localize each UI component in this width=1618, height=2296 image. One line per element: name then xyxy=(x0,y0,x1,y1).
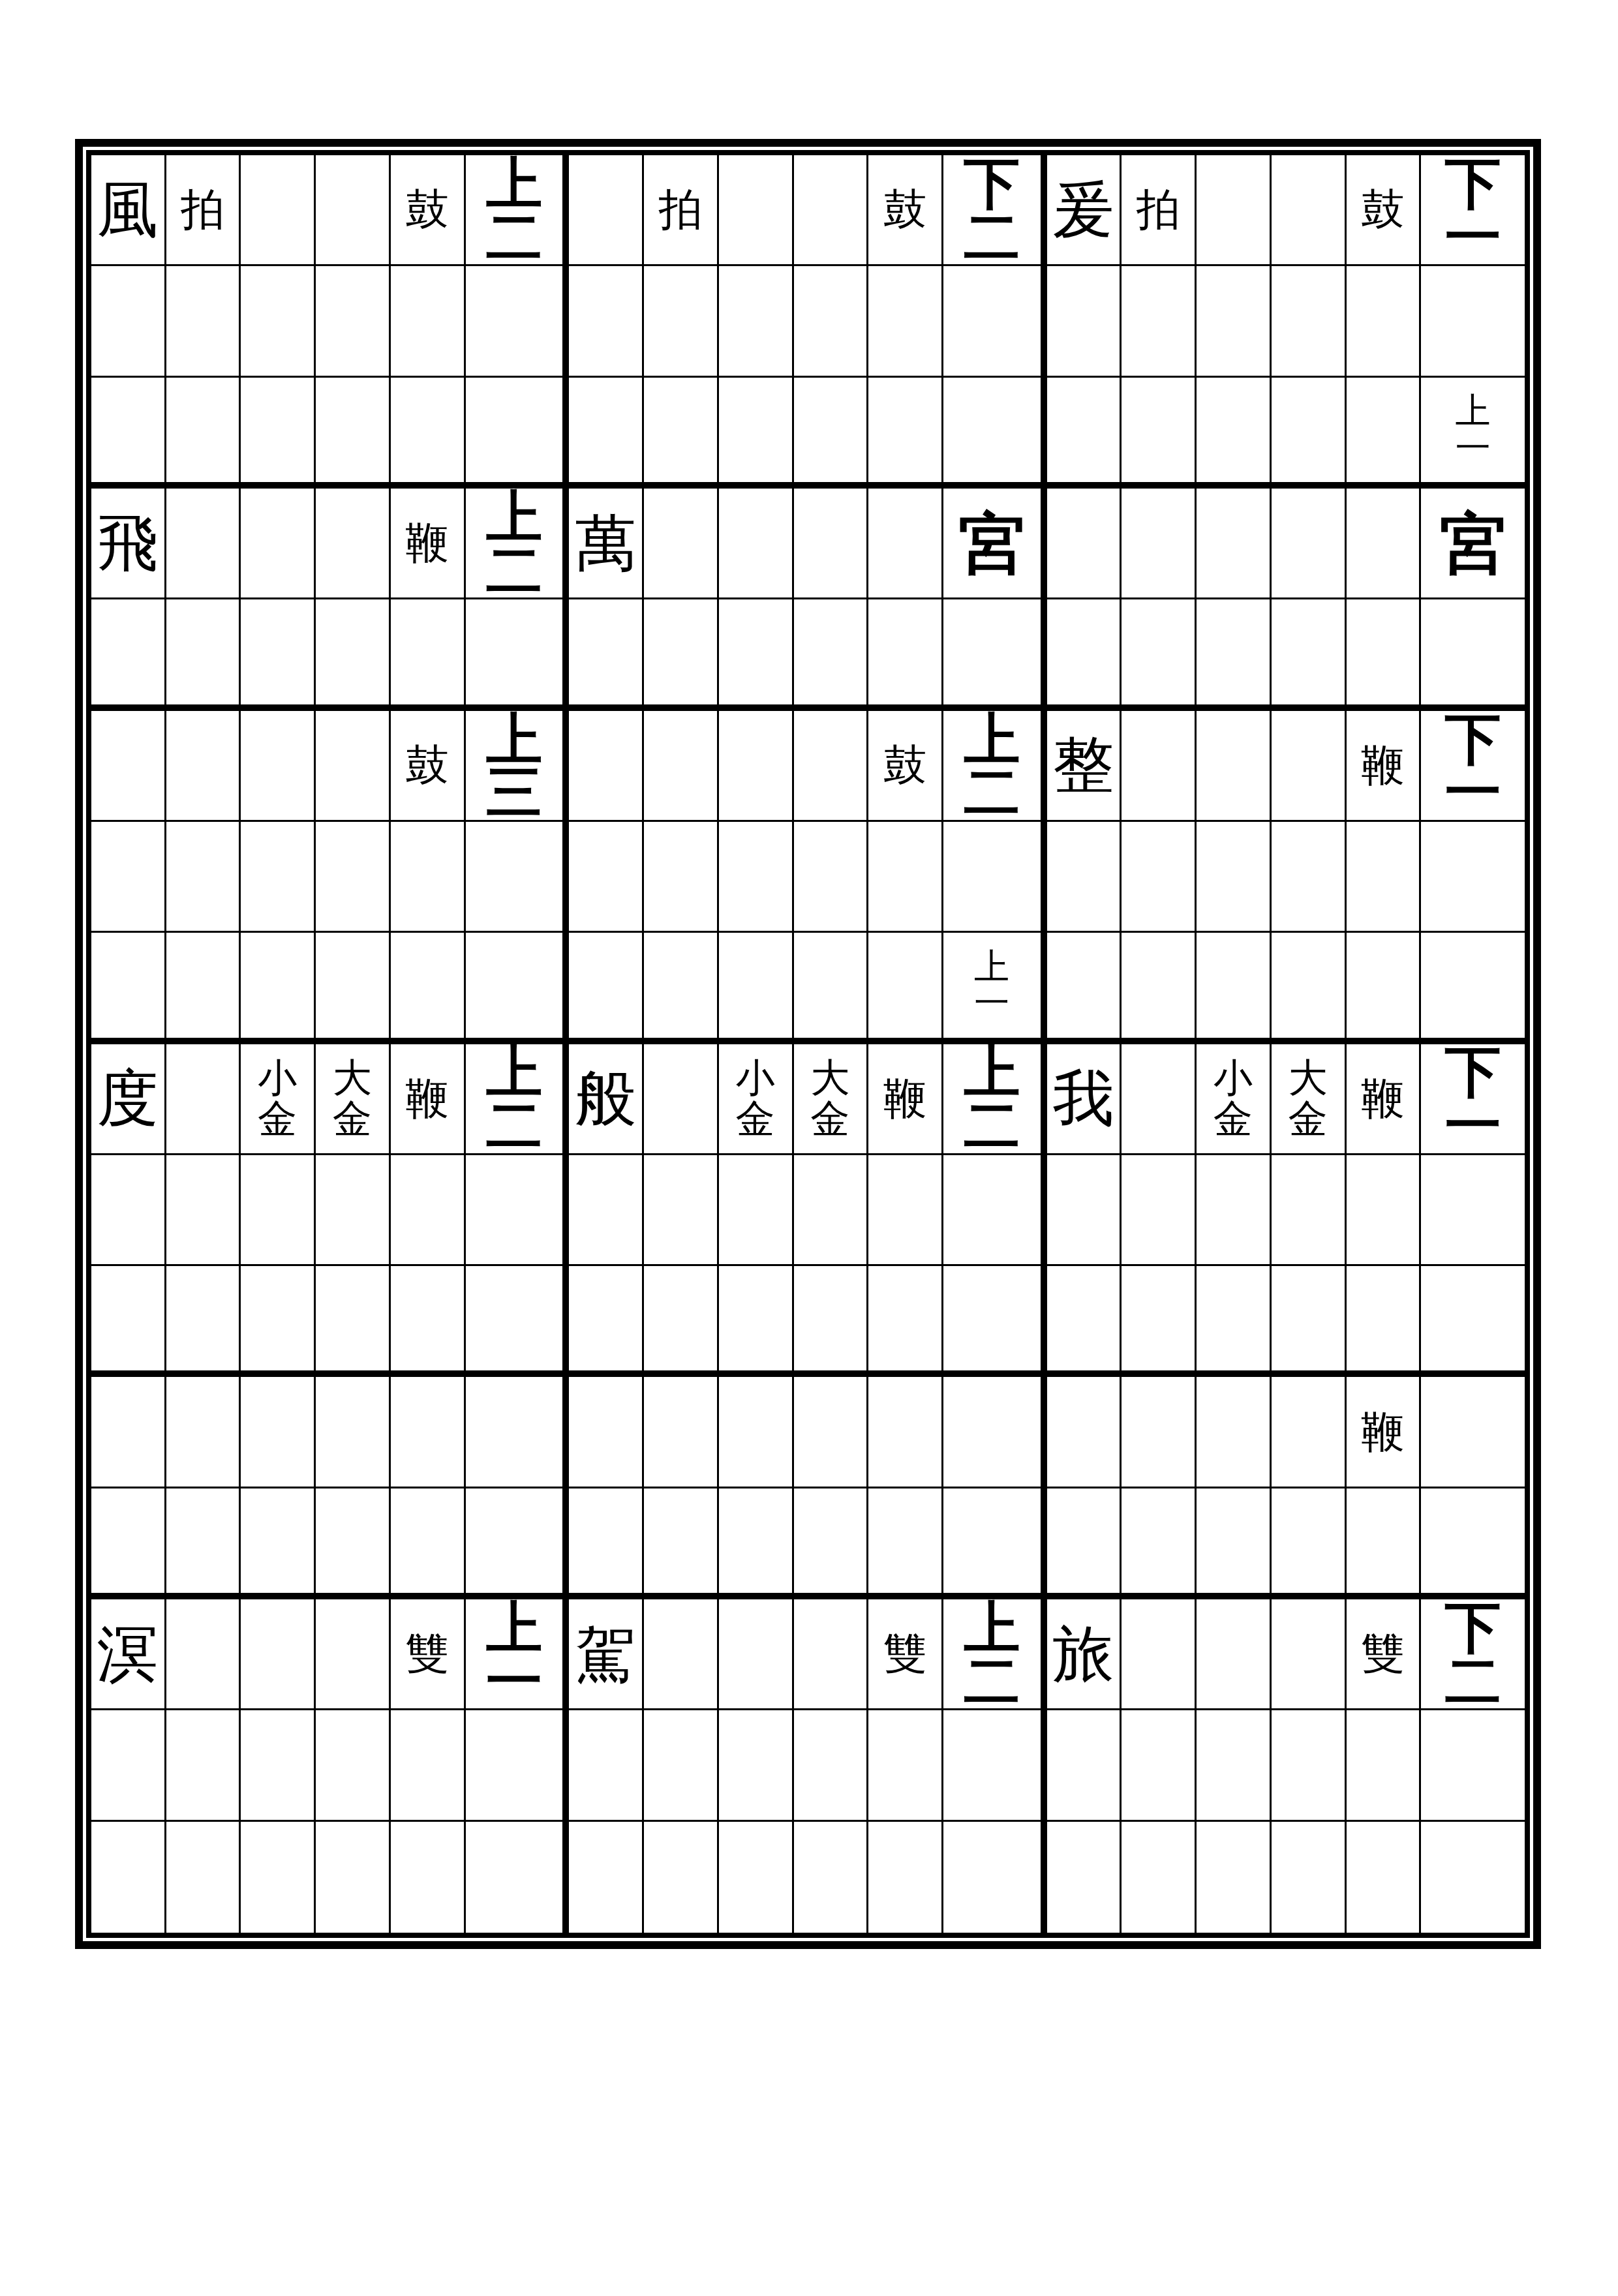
jeonggan-cell: 爰 xyxy=(1047,155,1122,266)
jeonggan-cell xyxy=(794,822,869,933)
score-grid: 風拍鼓上二拍鼓下二爰拍鼓下一上一飛鞭上二萬宮宮鼓上三鼓上二整鞭下一上一度小金大金… xyxy=(91,155,1525,1933)
jeonggan-cell xyxy=(794,1599,869,1710)
jeonggan-cell xyxy=(794,1822,869,1933)
jeonggan-cell xyxy=(1272,266,1347,377)
notation-glyph: 鞭 xyxy=(883,1077,927,1121)
jeonggan-cell xyxy=(391,822,466,933)
jeonggan-cell: 萬 xyxy=(569,489,644,599)
jeonggan-cell xyxy=(1122,1155,1197,1266)
jeonggan-cell xyxy=(166,1488,241,1599)
notation-glyph: 宮 xyxy=(958,510,1025,577)
jeonggan-cell xyxy=(166,933,241,1044)
score-outer-border: 風拍鼓上二拍鼓下二爰拍鼓下一上一飛鞭上二萬宮宮鼓上三鼓上二整鞭下一上一度小金大金… xyxy=(75,139,1541,1949)
jeonggan-cell xyxy=(569,933,644,1044)
jeonggan-cell xyxy=(1122,933,1197,1044)
jeonggan-cell xyxy=(1272,1377,1347,1488)
notation-glyph: 我 xyxy=(1053,1068,1114,1129)
notation-glyph: 萬 xyxy=(575,513,636,574)
jeonggan-cell xyxy=(1122,1044,1197,1155)
jeonggan-cell xyxy=(391,1488,466,1599)
jeonggan-cell xyxy=(391,1710,466,1821)
jeonggan-cell xyxy=(241,155,316,266)
jeonggan-cell xyxy=(868,378,943,489)
jeonggan-cell xyxy=(1421,266,1525,377)
jeonggan-cell xyxy=(1421,1266,1525,1377)
jeonggan-cell xyxy=(1421,933,1525,1044)
jeonggan-cell xyxy=(91,822,166,933)
jeonggan-cell xyxy=(794,1155,869,1266)
jeonggan-cell xyxy=(1047,378,1122,489)
jeonggan-cell xyxy=(644,1822,719,1933)
jeonggan-cell xyxy=(644,599,719,710)
jeonggan-cell xyxy=(1421,1488,1525,1599)
notation-glyph: 鼓 xyxy=(883,744,927,787)
jeonggan-cell: 鞭 xyxy=(868,1044,943,1155)
jeonggan-cell xyxy=(1122,1377,1197,1488)
jeonggan-cell xyxy=(1197,155,1272,266)
jeonggan-cell xyxy=(943,1488,1047,1599)
notation-glyph: 上一 xyxy=(1456,393,1491,466)
jeonggan-cell xyxy=(719,266,794,377)
notation-glyph: 上一 xyxy=(486,1601,542,1707)
jeonggan-cell xyxy=(719,378,794,489)
notation-glyph: 大金 xyxy=(810,1057,849,1140)
jeonggan-cell: 駕 xyxy=(569,1599,644,1710)
jeonggan-cell xyxy=(316,599,391,710)
jeonggan-cell xyxy=(91,1710,166,1821)
jeonggan-cell xyxy=(166,599,241,710)
jeonggan-cell xyxy=(943,1377,1047,1488)
jeonggan-cell xyxy=(466,1266,570,1377)
jeonggan-cell xyxy=(166,1710,241,1821)
jeonggan-cell xyxy=(91,378,166,489)
jeonggan-cell xyxy=(1122,711,1197,822)
jeonggan-cell: 鼓 xyxy=(868,155,943,266)
jeonggan-cell xyxy=(943,599,1047,710)
jeonggan-cell xyxy=(466,1155,570,1266)
jeonggan-cell xyxy=(1347,822,1422,933)
jeonggan-cell xyxy=(569,1488,644,1599)
jeonggan-cell: 拍 xyxy=(1122,155,1197,266)
jeonggan-cell xyxy=(91,1266,166,1377)
jeonggan-cell xyxy=(166,1377,241,1488)
jeonggan-cell xyxy=(316,1155,391,1266)
jeonggan-cell xyxy=(1272,155,1347,266)
jeonggan-cell xyxy=(1272,1266,1347,1377)
jeonggan-cell: 大金 xyxy=(1272,1044,1347,1155)
jeonggan-cell xyxy=(166,1822,241,1933)
jeonggan-cell: 上二 xyxy=(466,155,570,266)
jeonggan-cell xyxy=(719,822,794,933)
jeonggan-cell xyxy=(241,822,316,933)
jeonggan-cell xyxy=(466,378,570,489)
jeonggan-cell: 上二 xyxy=(943,1044,1047,1155)
jeonggan-cell xyxy=(1122,489,1197,599)
notation-glyph: 度 xyxy=(97,1068,159,1129)
jeonggan-cell: 般 xyxy=(569,1044,644,1155)
notation-glyph: 旅 xyxy=(1053,1624,1114,1685)
jeonggan-cell xyxy=(1347,489,1422,599)
jeonggan-cell xyxy=(569,378,644,489)
jeonggan-cell xyxy=(868,599,943,710)
notation-glyph: 上二 xyxy=(486,157,542,263)
jeonggan-cell xyxy=(241,489,316,599)
jeonggan-cell xyxy=(241,933,316,1044)
jeonggan-cell xyxy=(1272,822,1347,933)
notation-glyph: 下一 xyxy=(1445,1045,1501,1151)
notation-glyph: 下二 xyxy=(1445,1601,1501,1707)
notation-glyph: 上一 xyxy=(974,948,1009,1022)
jeonggan-cell xyxy=(466,933,570,1044)
jeonggan-cell xyxy=(1197,599,1272,710)
jeonggan-cell: 鞭 xyxy=(1347,711,1422,822)
jeonggan-cell xyxy=(316,489,391,599)
jeonggan-cell xyxy=(868,489,943,599)
jeonggan-cell xyxy=(569,1822,644,1933)
jeonggan-cell xyxy=(794,933,869,1044)
jeonggan-cell xyxy=(719,1710,794,1821)
notation-glyph: 拍 xyxy=(658,188,702,232)
jeonggan-cell xyxy=(166,378,241,489)
jeonggan-cell xyxy=(316,1822,391,1933)
jeonggan-cell xyxy=(868,1266,943,1377)
jeonggan-cell xyxy=(1047,933,1122,1044)
jeonggan-cell xyxy=(1122,1710,1197,1821)
jeonggan-cell xyxy=(868,1710,943,1821)
jeonggan-cell xyxy=(794,266,869,377)
jeonggan-cell: 鼓 xyxy=(868,711,943,822)
jeonggan-cell xyxy=(569,1266,644,1377)
jeonggan-cell xyxy=(316,1377,391,1488)
jeonggan-cell xyxy=(719,1488,794,1599)
jeonggan-cell xyxy=(466,822,570,933)
jeonggan-cell xyxy=(1421,1155,1525,1266)
jeonggan-cell xyxy=(166,266,241,377)
jeonggan-cell xyxy=(1122,822,1197,933)
jeonggan-cell xyxy=(569,1377,644,1488)
jeonggan-cell xyxy=(1347,266,1422,377)
jeonggan-cell: 下一 xyxy=(1421,155,1525,266)
jeonggan-cell: 宮 xyxy=(943,489,1047,599)
jeonggan-cell xyxy=(91,1822,166,1933)
jeonggan-cell xyxy=(943,1155,1047,1266)
jeonggan-cell xyxy=(1272,1599,1347,1710)
jeonggan-cell: 下一 xyxy=(1421,1044,1525,1155)
jeonggan-cell xyxy=(391,266,466,377)
jeonggan-cell xyxy=(794,1710,869,1821)
jeonggan-cell xyxy=(466,266,570,377)
jeonggan-cell: 小金 xyxy=(1197,1044,1272,1155)
jeonggan-cell: 溟 xyxy=(91,1599,166,1710)
jeonggan-cell xyxy=(466,1710,570,1821)
jeonggan-cell xyxy=(91,933,166,1044)
jeonggan-cell: 鞭 xyxy=(1347,1377,1422,1488)
jeonggan-cell xyxy=(794,1488,869,1599)
jeonggan-cell xyxy=(241,599,316,710)
jeonggan-cell: 上二 xyxy=(466,1044,570,1155)
jeonggan-cell xyxy=(1047,599,1122,710)
notation-glyph: 拍 xyxy=(1137,188,1180,232)
jeonggan-cell xyxy=(391,1377,466,1488)
jeonggan-cell: 飛 xyxy=(91,489,166,599)
notation-glyph: 上三 xyxy=(486,712,542,819)
notation-glyph: 鞭 xyxy=(1361,1410,1405,1454)
jeonggan-cell xyxy=(1197,1710,1272,1821)
notation-glyph: 雙 xyxy=(405,1632,449,1676)
jeonggan-cell xyxy=(943,1266,1047,1377)
jeonggan-cell xyxy=(1047,1822,1122,1933)
notation-glyph: 宮 xyxy=(1440,510,1506,577)
jeonggan-cell: 下一 xyxy=(1421,711,1525,822)
jeonggan-cell xyxy=(316,1266,391,1377)
jeonggan-cell xyxy=(719,1599,794,1710)
jeonggan-cell: 度 xyxy=(91,1044,166,1155)
jeonggan-cell xyxy=(1047,1710,1122,1821)
jeonggan-cell xyxy=(391,1155,466,1266)
jeonggan-cell xyxy=(1347,1710,1422,1821)
jeonggan-cell xyxy=(1272,489,1347,599)
jeonggan-cell xyxy=(1347,933,1422,1044)
jeonggan-cell: 拍 xyxy=(644,155,719,266)
jeonggan-cell xyxy=(644,266,719,377)
jeonggan-cell xyxy=(719,1266,794,1377)
jeonggan-cell xyxy=(241,1710,316,1821)
jeonggan-cell xyxy=(1122,1822,1197,1933)
notation-glyph: 拍 xyxy=(181,188,224,232)
notation-glyph: 溟 xyxy=(97,1624,159,1685)
notation-glyph: 鼓 xyxy=(1361,188,1405,232)
notation-glyph: 大金 xyxy=(1289,1057,1328,1140)
jeonggan-cell xyxy=(1197,1377,1272,1488)
jeonggan-cell xyxy=(943,1710,1047,1821)
notation-glyph: 小金 xyxy=(258,1057,297,1140)
jeonggan-cell xyxy=(241,711,316,822)
jeonggan-cell xyxy=(1047,489,1122,599)
notation-glyph: 般 xyxy=(575,1068,636,1129)
jeonggan-cell xyxy=(868,1488,943,1599)
jeonggan-cell xyxy=(1272,1155,1347,1266)
score-inner-border: 風拍鼓上二拍鼓下二爰拍鼓下一上一飛鞭上二萬宮宮鼓上三鼓上二整鞭下一上一度小金大金… xyxy=(86,150,1530,1938)
jeonggan-cell: 小金 xyxy=(719,1044,794,1155)
jeonggan-cell xyxy=(316,266,391,377)
jeonggan-cell xyxy=(316,155,391,266)
jeonggan-cell xyxy=(1122,1599,1197,1710)
jeonggan-cell xyxy=(1421,599,1525,710)
jeonggan-cell: 大金 xyxy=(316,1044,391,1155)
jeonggan-cell: 上一 xyxy=(466,1599,570,1710)
notation-glyph: 小金 xyxy=(736,1057,775,1140)
jeonggan-cell xyxy=(241,1599,316,1710)
jeonggan-cell: 下二 xyxy=(1421,1599,1525,1710)
jeonggan-cell xyxy=(1421,1822,1525,1933)
jeonggan-cell xyxy=(1272,599,1347,710)
jeonggan-cell xyxy=(91,266,166,377)
jeonggan-cell: 我 xyxy=(1047,1044,1122,1155)
jeonggan-cell xyxy=(719,933,794,1044)
jeonggan-cell xyxy=(316,1599,391,1710)
notation-glyph: 大金 xyxy=(333,1057,372,1140)
jeonggan-cell xyxy=(644,378,719,489)
jeonggan-cell xyxy=(1421,1710,1525,1821)
jeonggan-cell xyxy=(644,822,719,933)
jeonggan-cell xyxy=(166,489,241,599)
jeonggan-cell: 下二 xyxy=(943,155,1047,266)
jeonggan-cell xyxy=(644,1599,719,1710)
jeonggan-cell xyxy=(719,1822,794,1933)
notation-glyph: 鼓 xyxy=(405,744,449,787)
jeonggan-cell xyxy=(1272,933,1347,1044)
jeonggan-cell xyxy=(1197,266,1272,377)
jeonggan-cell xyxy=(569,1155,644,1266)
jeonggan-cell xyxy=(1272,711,1347,822)
jeonggan-cell: 風 xyxy=(91,155,166,266)
jeonggan-cell xyxy=(1047,1377,1122,1488)
jeonggan-cell: 雙 xyxy=(1347,1599,1422,1710)
jeonggan-cell xyxy=(91,1377,166,1488)
jeonggan-cell xyxy=(1197,1599,1272,1710)
jeonggan-cell xyxy=(943,822,1047,933)
jeonggan-cell xyxy=(391,378,466,489)
jeonggan-cell xyxy=(644,711,719,822)
jeonggan-cell xyxy=(569,1710,644,1821)
jeonggan-cell xyxy=(241,1822,316,1933)
jeonggan-cell xyxy=(569,822,644,933)
jeonggan-cell xyxy=(794,378,869,489)
jeonggan-cell: 鞭 xyxy=(391,1044,466,1155)
jeonggan-cell xyxy=(794,1266,869,1377)
jeonggan-cell: 鞭 xyxy=(391,489,466,599)
jeonggan-cell: 旅 xyxy=(1047,1599,1122,1710)
jeonggan-cell xyxy=(1272,1822,1347,1933)
jeonggan-cell xyxy=(1122,266,1197,377)
notation-glyph: 鞭 xyxy=(1361,1077,1405,1121)
jeonggan-cell: 雙 xyxy=(391,1599,466,1710)
jeonggan-cell xyxy=(569,711,644,822)
jeonggan-cell xyxy=(1197,1155,1272,1266)
jeonggan-cell xyxy=(241,378,316,489)
jeonggan-cell: 整 xyxy=(1047,711,1122,822)
jeonggan-cell xyxy=(1197,822,1272,933)
jeonggan-cell xyxy=(1047,1266,1122,1377)
jeonggan-cell xyxy=(1047,822,1122,933)
jeonggan-cell xyxy=(1347,1488,1422,1599)
jeonggan-cell xyxy=(466,1488,570,1599)
jeonggan-cell xyxy=(644,1266,719,1377)
notation-glyph: 鼓 xyxy=(405,188,449,232)
jeonggan-cell: 上二 xyxy=(466,489,570,599)
notation-glyph: 下二 xyxy=(964,157,1020,263)
jeonggan-cell xyxy=(943,1822,1047,1933)
notation-glyph: 風 xyxy=(97,179,159,241)
jeonggan-cell xyxy=(644,489,719,599)
jeonggan-cell xyxy=(719,1155,794,1266)
jeonggan-cell xyxy=(91,599,166,710)
jeonggan-cell xyxy=(316,378,391,489)
jeonggan-cell xyxy=(1047,266,1122,377)
jeonggan-cell xyxy=(794,599,869,710)
jeonggan-cell xyxy=(241,1155,316,1266)
notation-glyph: 上二 xyxy=(964,1045,1020,1151)
jeonggan-cell xyxy=(91,711,166,822)
jeonggan-cell xyxy=(1347,1266,1422,1377)
jeonggan-cell xyxy=(241,1488,316,1599)
jeonggan-cell: 雙 xyxy=(868,1599,943,1710)
jeonggan-cell: 鼓 xyxy=(1347,155,1422,266)
jeonggan-cell xyxy=(466,1822,570,1933)
notation-glyph: 上二 xyxy=(486,490,542,596)
jeonggan-cell xyxy=(644,1044,719,1155)
notation-glyph: 爰 xyxy=(1053,179,1114,241)
jeonggan-cell xyxy=(91,1155,166,1266)
jeonggan-cell: 上二 xyxy=(943,1599,1047,1710)
jeonggan-cell: 小金 xyxy=(241,1044,316,1155)
jeonggan-cell: 鼓 xyxy=(391,711,466,822)
jeonggan-cell xyxy=(1197,1488,1272,1599)
jeonggan-cell: 鼓 xyxy=(391,155,466,266)
jeonggan-cell: 拍 xyxy=(166,155,241,266)
jeonggan-cell xyxy=(868,1155,943,1266)
jeonggan-cell xyxy=(466,1377,570,1488)
jeonggan-cell xyxy=(1272,378,1347,489)
jeonggan-cell xyxy=(868,822,943,933)
jeonggan-cell: 上二 xyxy=(943,711,1047,822)
jeonggan-cell xyxy=(316,711,391,822)
jeonggan-cell xyxy=(868,1822,943,1933)
jeonggan-cell xyxy=(1197,1822,1272,1933)
jeonggan-cell: 鞭 xyxy=(1347,1044,1422,1155)
jeonggan-cell xyxy=(166,1266,241,1377)
jeonggan-cell xyxy=(943,266,1047,377)
jeonggan-cell xyxy=(241,1377,316,1488)
notation-glyph: 下一 xyxy=(1445,712,1501,819)
jeonggan-cell xyxy=(166,1044,241,1155)
jeonggan-cell xyxy=(569,599,644,710)
jeonggan-cell xyxy=(1421,822,1525,933)
jeonggan-cell xyxy=(1122,1488,1197,1599)
jeonggan-cell xyxy=(943,378,1047,489)
jeonggan-cell xyxy=(719,155,794,266)
jeonggan-cell xyxy=(1197,489,1272,599)
notation-glyph: 鼓 xyxy=(883,188,927,232)
jeonggan-cell xyxy=(1197,1266,1272,1377)
jeonggan-cell xyxy=(1122,599,1197,710)
jeonggan-cell xyxy=(1047,1155,1122,1266)
jeonggan-cell xyxy=(1122,1266,1197,1377)
jeonggan-cell xyxy=(241,266,316,377)
jeonggan-cell: 大金 xyxy=(794,1044,869,1155)
jeonggan-cell xyxy=(1421,1377,1525,1488)
jeonggan-cell xyxy=(644,1155,719,1266)
jeonggan-cell xyxy=(1347,1822,1422,1933)
jeonggan-cell xyxy=(166,1599,241,1710)
jeonggan-cell xyxy=(719,599,794,710)
jeonggan-cell xyxy=(719,1377,794,1488)
jeonggan-cell xyxy=(868,933,943,1044)
notation-glyph: 雙 xyxy=(1361,1632,1405,1676)
notation-glyph: 下一 xyxy=(1445,157,1501,263)
jeonggan-cell xyxy=(644,933,719,1044)
jeonggan-cell xyxy=(166,1155,241,1266)
notation-glyph: 上二 xyxy=(486,1045,542,1151)
jeonggan-cell xyxy=(1122,378,1197,489)
jeonggan-cell: 上三 xyxy=(466,711,570,822)
jeonggan-cell xyxy=(316,1488,391,1599)
jeonggan-cell xyxy=(166,822,241,933)
jeonggan-cell xyxy=(1197,711,1272,822)
jeonggan-cell xyxy=(794,711,869,822)
jeonggan-cell xyxy=(316,822,391,933)
jeonggan-cell: 上一 xyxy=(943,933,1047,1044)
